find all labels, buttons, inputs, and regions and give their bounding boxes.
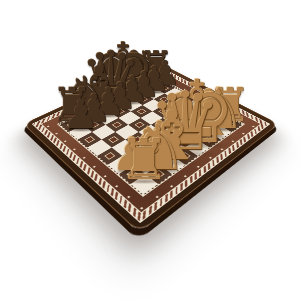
piece-black-pawn-a7: ♟ [63,97,99,133]
piece-white-rook-a1: ♜ [120,135,170,185]
chess-pieces-layer: ♜♞♝♛♚♝♞♜♟♟♟♟♟♟♟♟♟♟♟♟♟♟♟♟♜♞♝♛♚♝♞♜ [0,0,300,300]
chess-set-photo: ♜♞♝♛♚♝♞♜♟♟♟♟♟♟♟♟♟♟♟♟♟♟♟♟♜♞♝♛♚♝♞♜ [0,0,300,300]
